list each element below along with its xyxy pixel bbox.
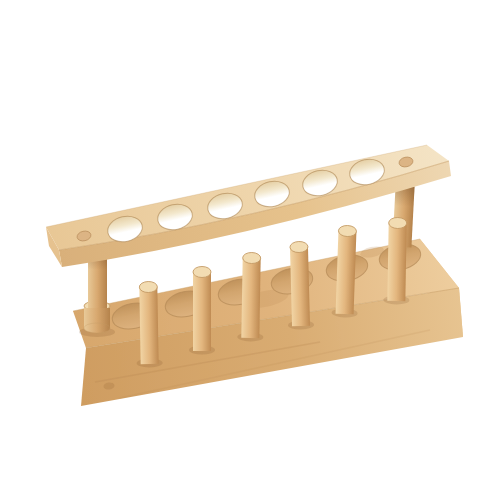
- peg-top-cap: [290, 241, 308, 252]
- rack-root: [46, 145, 463, 406]
- peg-body: [290, 247, 310, 326]
- support-post-left: [79, 251, 115, 337]
- peg-body: [193, 272, 211, 351]
- peg-body: [241, 258, 260, 338]
- peg-body: [387, 223, 406, 301]
- product-photo-canvas: [0, 0, 500, 500]
- test-tube-rack-photo: [0, 0, 500, 500]
- peg-top-cap: [338, 225, 356, 237]
- peg-top-cap: [139, 281, 157, 292]
- peg-top-cap: [389, 217, 407, 228]
- peg-top-cap: [243, 252, 261, 263]
- peg-body: [336, 231, 357, 315]
- peg-body: [139, 287, 158, 364]
- peg-top-cap: [193, 267, 211, 278]
- collar-bottom-cap: [84, 323, 110, 333]
